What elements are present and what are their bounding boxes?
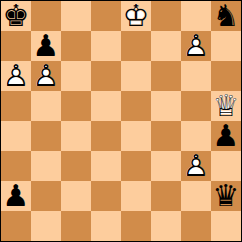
- square-h4[interactable]: ♟: [211, 121, 241, 151]
- white-pawn-piece[interactable]: ♟♙: [1, 61, 31, 91]
- square-c6[interactable]: [61, 61, 91, 91]
- square-f5[interactable]: [151, 91, 181, 121]
- square-f6[interactable]: [151, 61, 181, 91]
- square-f7[interactable]: [151, 31, 181, 61]
- black-king-piece[interactable]: ♚: [1, 1, 31, 31]
- square-e8[interactable]: ♚♔: [121, 1, 151, 31]
- square-h3[interactable]: [211, 151, 241, 181]
- square-g8[interactable]: [181, 1, 211, 31]
- white-king-piece[interactable]: ♚♔: [121, 1, 151, 31]
- square-a3[interactable]: [1, 151, 31, 181]
- square-g5[interactable]: [181, 91, 211, 121]
- square-d5[interactable]: [91, 91, 121, 121]
- black-knight-piece[interactable]: ♞: [211, 1, 241, 31]
- square-h1[interactable]: [211, 211, 241, 241]
- white-pawn-piece[interactable]: ♟♙: [181, 31, 211, 61]
- square-f2[interactable]: [151, 181, 181, 211]
- square-g1[interactable]: [181, 211, 211, 241]
- square-f1[interactable]: [151, 211, 181, 241]
- square-b3[interactable]: [31, 151, 61, 181]
- square-a4[interactable]: [1, 121, 31, 151]
- white-king-outline-glyph: ♔: [121, 1, 151, 31]
- square-g3[interactable]: ♟♙: [181, 151, 211, 181]
- square-c2[interactable]: [61, 181, 91, 211]
- square-g4[interactable]: [181, 121, 211, 151]
- square-d8[interactable]: [91, 1, 121, 31]
- square-a5[interactable]: [1, 91, 31, 121]
- square-e3[interactable]: [121, 151, 151, 181]
- square-e6[interactable]: [121, 61, 151, 91]
- white-pawn-outline-glyph: ♙: [181, 31, 211, 61]
- square-h7[interactable]: [211, 31, 241, 61]
- square-g7[interactable]: ♟♙: [181, 31, 211, 61]
- square-b5[interactable]: [31, 91, 61, 121]
- square-h6[interactable]: [211, 61, 241, 91]
- black-pawn-piece[interactable]: ♟: [211, 121, 241, 151]
- black-pawn-piece[interactable]: ♟: [31, 31, 61, 61]
- square-c7[interactable]: [61, 31, 91, 61]
- white-pawn-outline-glyph: ♙: [1, 61, 31, 91]
- square-b6[interactable]: ♟♙: [31, 61, 61, 91]
- square-c1[interactable]: [61, 211, 91, 241]
- black-queen-piece[interactable]: ♛: [211, 181, 241, 211]
- white-pawn-outline-glyph: ♙: [31, 61, 61, 91]
- chess-board: ♚♚♔♞♟♟♙♟♙♟♙♛♕♟♟♙♟♛: [0, 0, 242, 242]
- square-a6[interactable]: ♟♙: [1, 61, 31, 91]
- square-b2[interactable]: [31, 181, 61, 211]
- square-a1[interactable]: [1, 211, 31, 241]
- square-d6[interactable]: [91, 61, 121, 91]
- square-h5[interactable]: ♛♕: [211, 91, 241, 121]
- square-e2[interactable]: [121, 181, 151, 211]
- square-f4[interactable]: [151, 121, 181, 151]
- square-b1[interactable]: [31, 211, 61, 241]
- square-a2[interactable]: ♟: [1, 181, 31, 211]
- square-e4[interactable]: [121, 121, 151, 151]
- square-c3[interactable]: [61, 151, 91, 181]
- square-h8[interactable]: ♞: [211, 1, 241, 31]
- white-pawn-piece[interactable]: ♟♙: [181, 151, 211, 181]
- square-d7[interactable]: [91, 31, 121, 61]
- square-f8[interactable]: [151, 1, 181, 31]
- square-b7[interactable]: ♟: [31, 31, 61, 61]
- square-a7[interactable]: [1, 31, 31, 61]
- square-g6[interactable]: [181, 61, 211, 91]
- white-queen-outline-glyph: ♕: [211, 91, 241, 121]
- square-h2[interactable]: ♛: [211, 181, 241, 211]
- square-d1[interactable]: [91, 211, 121, 241]
- white-pawn-outline-glyph: ♙: [181, 151, 211, 181]
- square-e7[interactable]: [121, 31, 151, 61]
- square-e1[interactable]: [121, 211, 151, 241]
- square-b4[interactable]: [31, 121, 61, 151]
- square-d3[interactable]: [91, 151, 121, 181]
- square-c5[interactable]: [61, 91, 91, 121]
- white-pawn-piece[interactable]: ♟♙: [31, 61, 61, 91]
- white-queen-piece[interactable]: ♛♕: [211, 91, 241, 121]
- square-c4[interactable]: [61, 121, 91, 151]
- square-d2[interactable]: [91, 181, 121, 211]
- square-a8[interactable]: ♚: [1, 1, 31, 31]
- square-g2[interactable]: [181, 181, 211, 211]
- square-f3[interactable]: [151, 151, 181, 181]
- square-b8[interactable]: [31, 1, 61, 31]
- black-pawn-piece[interactable]: ♟: [1, 181, 31, 211]
- square-e5[interactable]: [121, 91, 151, 121]
- square-c8[interactable]: [61, 1, 91, 31]
- square-d4[interactable]: [91, 121, 121, 151]
